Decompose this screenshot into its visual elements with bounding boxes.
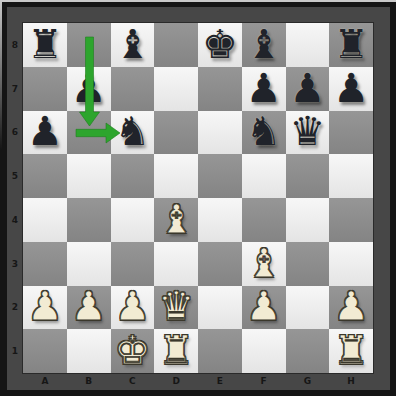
square-h4[interactable] xyxy=(329,198,373,242)
square-h5[interactable] xyxy=(329,154,373,198)
rank-label-3: 3 xyxy=(7,242,23,286)
square-f7[interactable]: ♟ xyxy=(242,67,286,111)
square-g6[interactable]: ♛ xyxy=(286,111,330,155)
file-labels: ABCDEFGH xyxy=(23,373,373,389)
square-d5[interactable] xyxy=(154,154,198,198)
square-d4[interactable]: ♝ xyxy=(154,198,198,242)
file-label-d: D xyxy=(154,373,198,389)
rank-label-5: 5 xyxy=(7,154,23,198)
square-b7[interactable]: ♟ xyxy=(67,67,111,111)
file-label-b: B xyxy=(67,373,111,389)
square-a5[interactable] xyxy=(23,154,67,198)
square-b6[interactable] xyxy=(67,111,111,155)
square-h7[interactable]: ♟ xyxy=(329,67,373,111)
square-e3[interactable] xyxy=(198,242,242,286)
square-c5[interactable] xyxy=(111,154,155,198)
black-pawn-g7[interactable]: ♟ xyxy=(289,68,325,108)
square-f4[interactable] xyxy=(242,198,286,242)
black-pawn-a6[interactable]: ♟ xyxy=(27,111,63,151)
square-e7[interactable] xyxy=(198,67,242,111)
square-h1[interactable]: ♜ xyxy=(329,329,373,373)
square-d3[interactable] xyxy=(154,242,198,286)
square-h8[interactable]: ♜ xyxy=(329,23,373,67)
file-label-h: H xyxy=(329,373,373,389)
square-e1[interactable] xyxy=(198,329,242,373)
white-bishop-d4[interactable]: ♝ xyxy=(158,199,194,239)
black-bishop-f8[interactable]: ♝ xyxy=(246,24,282,64)
square-b3[interactable] xyxy=(67,242,111,286)
black-pawn-h7[interactable]: ♟ xyxy=(333,68,369,108)
square-d1[interactable]: ♜ xyxy=(154,329,198,373)
square-e4[interactable] xyxy=(198,198,242,242)
rank-label-2: 2 xyxy=(7,286,23,330)
file-label-c: C xyxy=(111,373,155,389)
square-c7[interactable] xyxy=(111,67,155,111)
square-a1[interactable] xyxy=(23,329,67,373)
square-f5[interactable] xyxy=(242,154,286,198)
file-label-a: A xyxy=(23,373,67,389)
black-pawn-b7[interactable]: ♟ xyxy=(71,68,107,108)
white-bishop-f3[interactable]: ♝ xyxy=(246,243,282,283)
white-pawn-b2[interactable]: ♟ xyxy=(71,286,107,326)
file-label-e: E xyxy=(198,373,242,389)
white-queen-d2[interactable]: ♛ xyxy=(158,286,194,326)
square-b1[interactable] xyxy=(67,329,111,373)
rank-labels: 87654321 xyxy=(7,23,23,373)
square-f8[interactable]: ♝ xyxy=(242,23,286,67)
square-g2[interactable] xyxy=(286,286,330,330)
square-g5[interactable] xyxy=(286,154,330,198)
square-e8[interactable]: ♚ xyxy=(198,23,242,67)
black-queen-g6[interactable]: ♛ xyxy=(289,111,325,151)
chess-board-screenshot: 87654321 ♜♝♚♝♜♟♟♟♟♟♞♞♛♝♝♟♟♟♛♟♟♚♜♜ ABCDEF… xyxy=(0,0,396,396)
square-c4[interactable] xyxy=(111,198,155,242)
square-g7[interactable]: ♟ xyxy=(286,67,330,111)
square-d6[interactable] xyxy=(154,111,198,155)
rank-label-4: 4 xyxy=(7,198,23,242)
square-d8[interactable] xyxy=(154,23,198,67)
square-g8[interactable] xyxy=(286,23,330,67)
white-rook-h1[interactable]: ♜ xyxy=(333,330,369,370)
rank-label-1: 1 xyxy=(7,329,23,373)
black-rook-a8[interactable]: ♜ xyxy=(27,24,63,64)
white-rook-d1[interactable]: ♜ xyxy=(158,330,194,370)
screen-edge-highlight-top xyxy=(0,0,396,2)
white-pawn-h2[interactable]: ♟ xyxy=(333,286,369,326)
rank-label-6: 6 xyxy=(7,111,23,155)
black-pawn-f7[interactable]: ♟ xyxy=(246,68,282,108)
square-h3[interactable] xyxy=(329,242,373,286)
white-pawn-a2[interactable]: ♟ xyxy=(27,286,63,326)
rank-label-7: 7 xyxy=(7,67,23,111)
square-h2[interactable]: ♟ xyxy=(329,286,373,330)
square-c2[interactable]: ♟ xyxy=(111,286,155,330)
square-c8[interactable]: ♝ xyxy=(111,23,155,67)
white-king-c1[interactable]: ♚ xyxy=(114,330,150,370)
square-b4[interactable] xyxy=(67,198,111,242)
file-label-g: G xyxy=(286,373,330,389)
square-g1[interactable] xyxy=(286,329,330,373)
square-a6[interactable]: ♟ xyxy=(23,111,67,155)
square-b8[interactable] xyxy=(67,23,111,67)
square-a8[interactable]: ♜ xyxy=(23,23,67,67)
rank-label-8: 8 xyxy=(7,23,23,67)
square-f1[interactable] xyxy=(242,329,286,373)
white-pawn-c2[interactable]: ♟ xyxy=(114,286,150,326)
black-rook-h8[interactable]: ♜ xyxy=(333,24,369,64)
chess-board[interactable]: ♜♝♚♝♜♟♟♟♟♟♞♞♛♝♝♟♟♟♛♟♟♚♜♜ xyxy=(23,23,373,373)
square-a2[interactable]: ♟ xyxy=(23,286,67,330)
square-f3[interactable]: ♝ xyxy=(242,242,286,286)
square-h6[interactable] xyxy=(329,111,373,155)
square-f6[interactable]: ♞ xyxy=(242,111,286,155)
square-c1[interactable]: ♚ xyxy=(111,329,155,373)
black-knight-c6[interactable]: ♞ xyxy=(114,111,150,151)
screen-edge-highlight-left xyxy=(0,0,2,150)
square-f2[interactable]: ♟ xyxy=(242,286,286,330)
square-a4[interactable] xyxy=(23,198,67,242)
black-king-e8[interactable]: ♚ xyxy=(202,24,238,64)
square-e6[interactable] xyxy=(198,111,242,155)
square-e5[interactable] xyxy=(198,154,242,198)
white-pawn-f2[interactable]: ♟ xyxy=(246,286,282,326)
square-g4[interactable] xyxy=(286,198,330,242)
square-c6[interactable]: ♞ xyxy=(111,111,155,155)
file-label-f: F xyxy=(242,373,286,389)
black-bishop-c8[interactable]: ♝ xyxy=(114,24,150,64)
black-knight-f6[interactable]: ♞ xyxy=(246,111,282,151)
square-b2[interactable]: ♟ xyxy=(67,286,111,330)
square-d2[interactable]: ♛ xyxy=(154,286,198,330)
square-a7[interactable] xyxy=(23,67,67,111)
square-b5[interactable] xyxy=(67,154,111,198)
square-d7[interactable] xyxy=(154,67,198,111)
square-e2[interactable] xyxy=(198,286,242,330)
square-c3[interactable] xyxy=(111,242,155,286)
square-a3[interactable] xyxy=(23,242,67,286)
square-g3[interactable] xyxy=(286,242,330,286)
